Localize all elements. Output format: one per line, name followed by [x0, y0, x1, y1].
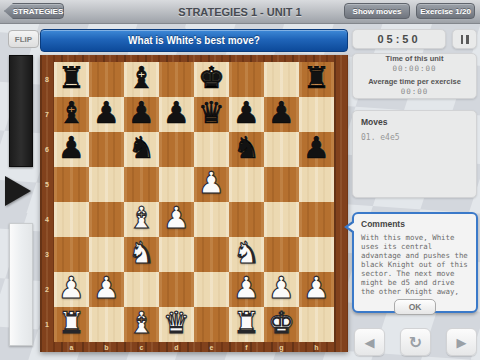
unit-time-value: 00:00:00: [392, 64, 436, 73]
square-c4[interactable]: ♝: [124, 202, 159, 237]
square-b8[interactable]: [89, 62, 124, 97]
board-squares: ♜♝♚♜♝♟♟♟♛♟♟♟♞♞♟♟♝♟♞♞♟♟♟♟♟♜♝♛♜♚: [54, 62, 334, 342]
square-f5[interactable]: [229, 167, 264, 202]
pause-icon: [466, 35, 469, 44]
square-f1[interactable]: ♜: [229, 307, 264, 342]
file-label-b: b: [89, 342, 124, 352]
square-e6[interactable]: [194, 132, 229, 167]
rank-label-1: 1: [40, 307, 54, 342]
white-queen-d1[interactable]: ♛: [163, 308, 190, 338]
square-h7[interactable]: [299, 97, 334, 132]
replay-icon: ↻: [409, 333, 422, 352]
square-g6[interactable]: [264, 132, 299, 167]
square-h2[interactable]: ♟: [299, 272, 334, 307]
white-bishop-c4[interactable]: ♝: [128, 203, 155, 233]
square-g3[interactable]: [264, 237, 299, 272]
white-bishop-c1[interactable]: ♝: [128, 308, 155, 338]
square-g2[interactable]: ♟: [264, 272, 299, 307]
exercise-timer: 05:50: [352, 29, 446, 49]
white-pawn-d4[interactable]: ♟: [163, 203, 190, 233]
square-a4[interactable]: [54, 202, 89, 237]
black-pawn-b7[interactable]: ♟: [93, 98, 120, 128]
square-f3[interactable]: ♞: [229, 237, 264, 272]
square-c5[interactable]: [124, 167, 159, 202]
white-side-bar: [9, 223, 33, 346]
square-b2[interactable]: ♟: [89, 272, 124, 307]
back-button[interactable]: STRATEGIES: [4, 3, 64, 19]
square-e1[interactable]: [194, 307, 229, 342]
square-h5[interactable]: [299, 167, 334, 202]
black-pawn-a6[interactable]: ♟: [58, 133, 85, 163]
time-stats-panel: Time of this unit 00:00:00 Average time …: [352, 53, 477, 99]
square-f4[interactable]: [229, 202, 264, 237]
black-knight-c6[interactable]: ♞: [128, 133, 155, 163]
square-f7[interactable]: ♟: [229, 97, 264, 132]
square-a3[interactable]: [54, 237, 89, 272]
square-a1[interactable]: ♜: [54, 307, 89, 342]
square-d1[interactable]: ♛: [159, 307, 194, 342]
square-g4[interactable]: [264, 202, 299, 237]
black-rook-h8[interactable]: ♜: [303, 63, 330, 93]
white-pawn-b2[interactable]: ♟: [93, 273, 120, 303]
moves-panel: Moves 01. e4e5: [352, 110, 477, 198]
square-g1[interactable]: ♚: [264, 307, 299, 342]
square-e3[interactable]: [194, 237, 229, 272]
square-d5[interactable]: [159, 167, 194, 202]
square-b5[interactable]: [89, 167, 124, 202]
rank-label-6: 6: [40, 132, 54, 167]
file-label-c: c: [124, 342, 159, 352]
square-c6[interactable]: ♞: [124, 132, 159, 167]
square-a8[interactable]: ♜: [54, 62, 89, 97]
moves-header: Moves: [361, 117, 468, 127]
square-c8[interactable]: ♝: [124, 62, 159, 97]
rank-label-5: 5: [40, 167, 54, 202]
square-h8[interactable]: ♜: [299, 62, 334, 97]
black-queen-e7[interactable]: ♛: [198, 98, 225, 128]
square-a7[interactable]: ♝: [54, 97, 89, 132]
square-c1[interactable]: ♝: [124, 307, 159, 342]
comment-bubble-tail: [348, 222, 355, 232]
square-h3[interactable]: [299, 237, 334, 272]
black-bishop-c8[interactable]: ♝: [128, 63, 155, 93]
square-f2[interactable]: ♟: [229, 272, 264, 307]
square-f8[interactable]: [229, 62, 264, 97]
white-pawn-e5[interactable]: ♟: [198, 168, 225, 198]
square-d2[interactable]: [159, 272, 194, 307]
comment-text: With this move, White uses its central a…: [361, 233, 469, 296]
black-knight-f6[interactable]: ♞: [233, 133, 260, 163]
replay-button[interactable]: ↻: [400, 328, 431, 356]
chess-board[interactable]: 87654321 abcdefgh ♜♝♚♜♝♟♟♟♛♟♟♟♞♞♟♟♝♟♞♞♟♟…: [40, 55, 348, 352]
white-knight-f3[interactable]: ♞: [233, 238, 260, 268]
square-d6[interactable]: [159, 132, 194, 167]
rank-label-8: 8: [40, 62, 54, 97]
ok-button[interactable]: OK: [394, 299, 436, 315]
square-b4[interactable]: [89, 202, 124, 237]
pause-icon: [461, 35, 464, 44]
black-bishop-a7[interactable]: ♝: [58, 98, 85, 128]
exercise-counter-button[interactable]: Exercise 1/20: [416, 3, 475, 19]
white-pawn-h2[interactable]: ♟: [303, 273, 330, 303]
white-king-g1[interactable]: ♚: [268, 308, 295, 338]
rank-label-3: 3: [40, 237, 54, 272]
black-pawn-g7[interactable]: ♟: [268, 98, 295, 128]
pause-button[interactable]: [452, 29, 477, 49]
square-e5[interactable]: ♟: [194, 167, 229, 202]
top-bar: STRATEGIES 1 - UNIT 1 STRATEGIES Show mo…: [0, 0, 480, 24]
black-pawn-d7[interactable]: ♟: [163, 98, 190, 128]
square-h4[interactable]: [299, 202, 334, 237]
show-moves-button[interactable]: Show moves: [344, 3, 410, 19]
file-label-f: f: [229, 342, 264, 352]
previous-exercise-button[interactable]: ◀: [354, 328, 385, 356]
white-pawn-g2[interactable]: ♟: [268, 273, 295, 303]
pointer-triangle-icon: [5, 176, 31, 206]
square-a5[interactable]: [54, 167, 89, 202]
file-label-g: g: [264, 342, 299, 352]
square-e2[interactable]: [194, 272, 229, 307]
square-b6[interactable]: [89, 132, 124, 167]
square-d3[interactable]: [159, 237, 194, 272]
next-exercise-button[interactable]: ▶: [446, 328, 477, 356]
file-label-e: e: [194, 342, 229, 352]
file-label-a: a: [54, 342, 89, 352]
square-b7[interactable]: ♟: [89, 97, 124, 132]
avg-time-label: Average time per exercise: [368, 77, 461, 86]
move-list-item[interactable]: 01. e4e5: [361, 133, 468, 142]
square-c7[interactable]: ♟: [124, 97, 159, 132]
square-h6[interactable]: ♟: [299, 132, 334, 167]
rank-labels: 87654321: [40, 62, 54, 342]
avg-time-value: 00:00: [401, 87, 429, 96]
square-h1[interactable]: [299, 307, 334, 342]
black-rook-a8[interactable]: ♜: [58, 63, 85, 93]
black-side-bar: [9, 55, 33, 167]
unit-time-label: Time of this unit: [386, 54, 444, 63]
file-labels: abcdefgh: [54, 342, 334, 352]
square-c3[interactable]: ♞: [124, 237, 159, 272]
square-c2[interactable]: [124, 272, 159, 307]
white-rook-f1[interactable]: ♜: [233, 308, 260, 338]
rank-label-7: 7: [40, 97, 54, 132]
black-pawn-c7[interactable]: ♟: [128, 98, 155, 128]
rank-label-2: 2: [40, 272, 54, 307]
previous-arrow-icon: ◀: [365, 335, 375, 350]
square-g5[interactable]: [264, 167, 299, 202]
square-e7[interactable]: ♛: [194, 97, 229, 132]
square-d8[interactable]: [159, 62, 194, 97]
black-pawn-f7[interactable]: ♟: [233, 98, 260, 128]
square-g7[interactable]: ♟: [264, 97, 299, 132]
square-a2[interactable]: ♟: [54, 272, 89, 307]
question-banner: What is White's best move?: [40, 29, 348, 52]
white-knight-c3[interactable]: ♞: [128, 238, 155, 268]
comments-panel: Comments With this move, White uses its …: [352, 212, 478, 313]
white-rook-a1[interactable]: ♜: [58, 308, 85, 338]
square-b3[interactable]: [89, 237, 124, 272]
black-king-e8[interactable]: ♚: [198, 63, 225, 93]
square-b1[interactable]: [89, 307, 124, 342]
white-pawn-f2[interactable]: ♟: [233, 273, 260, 303]
next-arrow-icon: ▶: [457, 335, 467, 350]
flip-board-button[interactable]: FLIP: [8, 30, 39, 48]
square-d4[interactable]: ♟: [159, 202, 194, 237]
square-a6[interactable]: ♟: [54, 132, 89, 167]
square-d7[interactable]: ♟: [159, 97, 194, 132]
rank-label-4: 4: [40, 202, 54, 237]
square-e8[interactable]: ♚: [194, 62, 229, 97]
square-e4[interactable]: [194, 202, 229, 237]
app-screen: STRATEGIES 1 - UNIT 1 STRATEGIES Show mo…: [0, 0, 480, 360]
file-label-d: d: [159, 342, 194, 352]
square-f6[interactable]: ♞: [229, 132, 264, 167]
file-label-h: h: [299, 342, 334, 352]
comments-header: Comments: [361, 219, 469, 229]
square-g8[interactable]: [264, 62, 299, 97]
white-pawn-a2[interactable]: ♟: [58, 273, 85, 303]
black-pawn-h6[interactable]: ♟: [303, 133, 330, 163]
